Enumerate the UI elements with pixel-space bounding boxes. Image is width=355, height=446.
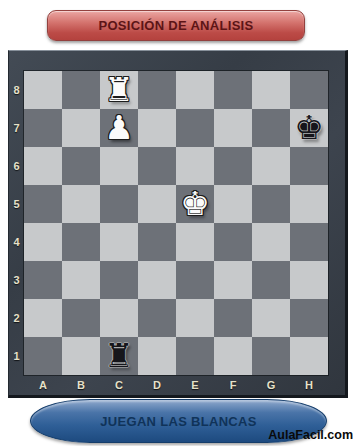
square-d3 (138, 261, 176, 299)
square-d5 (138, 185, 176, 223)
square-f8 (214, 71, 252, 109)
square-h6 (290, 147, 328, 185)
board-grid: ♜♟♚♚♜ (24, 71, 328, 375)
square-a3 (24, 261, 62, 299)
square-b5 (62, 185, 100, 223)
square-d4 (138, 223, 176, 261)
square-a2 (24, 299, 62, 337)
black-king: ♚ (294, 109, 324, 147)
watermark-text: AulaFacil.com (268, 428, 353, 442)
rank-label-3: 3 (9, 261, 24, 299)
square-b4 (62, 223, 100, 261)
square-c1: ♜ (100, 337, 138, 375)
square-h1 (290, 337, 328, 375)
square-f6 (214, 147, 252, 185)
square-b8 (62, 71, 100, 109)
square-b1 (62, 337, 100, 375)
square-h8 (290, 71, 328, 109)
square-d8 (138, 71, 176, 109)
square-e7 (176, 109, 214, 147)
rank-label-6: 6 (9, 147, 24, 185)
square-a5 (24, 185, 62, 223)
file-label-b: B (62, 376, 100, 395)
square-f1 (214, 337, 252, 375)
square-e2 (176, 299, 214, 337)
square-c3 (100, 261, 138, 299)
file-label-d: D (138, 376, 176, 395)
square-e1 (176, 337, 214, 375)
square-a4 (24, 223, 62, 261)
square-f2 (214, 299, 252, 337)
square-f7 (214, 109, 252, 147)
square-f4 (214, 223, 252, 261)
rank-label-2: 2 (9, 299, 24, 337)
square-d7 (138, 109, 176, 147)
file-label-f: F (214, 376, 252, 395)
file-label-e: E (176, 376, 214, 395)
square-a1 (24, 337, 62, 375)
square-c2 (100, 299, 138, 337)
square-d6 (138, 147, 176, 185)
square-b7 (62, 109, 100, 147)
turn-banner-text: JUEGAN LAS BLANCAS (100, 414, 256, 429)
square-c8: ♜ (100, 71, 138, 109)
rank-label-5: 5 (9, 185, 24, 223)
square-e8 (176, 71, 214, 109)
white-rook: ♜ (104, 71, 134, 109)
square-f5 (214, 185, 252, 223)
analysis-title-banner: POSICIÓN DE ANÁLISIS (47, 10, 305, 41)
black-rook: ♜ (104, 337, 134, 375)
square-d1 (138, 337, 176, 375)
white-king: ♚ (180, 185, 210, 223)
file-label-c: C (100, 376, 138, 395)
watermark: AulaFacil.com (268, 428, 353, 442)
rank-label-1: 1 (9, 337, 24, 375)
square-a8 (24, 71, 62, 109)
square-h5 (290, 185, 328, 223)
square-g1 (252, 337, 290, 375)
file-label-a: A (24, 376, 62, 395)
square-f3 (214, 261, 252, 299)
square-g7 (252, 109, 290, 147)
rank-label-8: 8 (9, 71, 24, 109)
square-g2 (252, 299, 290, 337)
file-label-h: H (290, 376, 328, 395)
square-h3 (290, 261, 328, 299)
square-g4 (252, 223, 290, 261)
square-g8 (252, 71, 290, 109)
rank-label-4: 4 (9, 223, 24, 261)
square-a7 (24, 109, 62, 147)
square-e5: ♚ (176, 185, 214, 223)
square-e4 (176, 223, 214, 261)
rank-label-7: 7 (9, 109, 24, 147)
square-h7: ♚ (290, 109, 328, 147)
chess-board: ♜♟♚♚♜ 87654321 ABCDEFGH (8, 50, 348, 398)
square-c4 (100, 223, 138, 261)
square-a6 (24, 147, 62, 185)
white-pawn: ♟ (104, 109, 134, 147)
square-c7: ♟ (100, 109, 138, 147)
square-b3 (62, 261, 100, 299)
square-b6 (62, 147, 100, 185)
square-c6 (100, 147, 138, 185)
square-d2 (138, 299, 176, 337)
square-b2 (62, 299, 100, 337)
square-e3 (176, 261, 214, 299)
square-g6 (252, 147, 290, 185)
analysis-title-text: POSICIÓN DE ANÁLISIS (98, 18, 253, 33)
square-e6 (176, 147, 214, 185)
square-h2 (290, 299, 328, 337)
square-g5 (252, 185, 290, 223)
file-label-g: G (252, 376, 290, 395)
square-c5 (100, 185, 138, 223)
square-h4 (290, 223, 328, 261)
square-g3 (252, 261, 290, 299)
